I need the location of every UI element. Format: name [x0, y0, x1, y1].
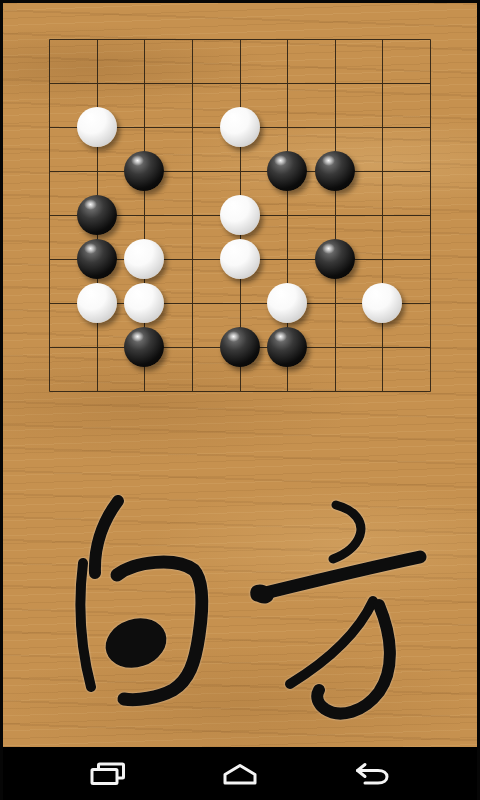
- stone-black: [220, 327, 260, 367]
- stone-black: [124, 327, 164, 367]
- fang-horizontal-head: [248, 581, 277, 606]
- stone-white: [220, 239, 260, 279]
- stone-white: [77, 283, 117, 323]
- stone-black: [315, 151, 355, 191]
- recents-button[interactable]: [86, 752, 130, 796]
- stone-white: [362, 283, 402, 323]
- fang-pie-stroke: [290, 601, 373, 684]
- android-nav-bar: [0, 747, 480, 800]
- stone-white: [124, 283, 164, 323]
- home-icon: [222, 763, 258, 785]
- bai-flame-stroke: [95, 501, 118, 573]
- stone-white: [220, 107, 260, 147]
- app-screen: 白方: [0, 0, 480, 800]
- stone-black: [315, 239, 355, 279]
- stone-white: [124, 239, 164, 279]
- recents-icon: [90, 762, 126, 786]
- gomoku-board[interactable]: [49, 39, 430, 391]
- banner-calligraphy-white-side: 白方: [43, 473, 443, 733]
- stone-white: [267, 283, 307, 323]
- stone-black: [77, 195, 117, 235]
- bai-enclosure-stroke: [117, 562, 202, 700]
- calligraphy-art: [43, 473, 443, 733]
- home-button[interactable]: [218, 752, 262, 796]
- stone-black: [77, 239, 117, 279]
- stone-white: [220, 195, 260, 235]
- stone-black: [124, 151, 164, 191]
- bai-left-stroke: [80, 563, 91, 687]
- bai-inner-blob: [99, 611, 173, 676]
- fang-horizontal-stroke: [257, 557, 420, 595]
- banner-text: 白方: [43, 473, 44, 474]
- stone-white: [77, 107, 117, 147]
- fang-dot-stroke: [333, 505, 361, 559]
- fang-hook-stroke: [317, 605, 390, 714]
- back-icon: [355, 761, 389, 787]
- stone-black: [267, 327, 307, 367]
- stone-black: [267, 151, 307, 191]
- back-button[interactable]: [350, 752, 394, 796]
